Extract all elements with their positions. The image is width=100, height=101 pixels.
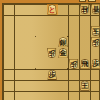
- board-star-point: [67, 36, 69, 38]
- piece-kanji-glyph: 金: [58, 50, 68, 57]
- piece-kanji-glyph: 歩: [47, 49, 57, 56]
- piece-kanji-glyph: 歩: [91, 38, 100, 45]
- piece-kanji-glyph: 銀: [58, 40, 68, 47]
- shogi-piece-pawn-gote[interactable]: 歩: [47, 48, 57, 58]
- piece-kanji-glyph: 玉: [91, 27, 100, 34]
- shogi-board[interactable]: と桂香玉銀歩歩金歩飛歩歩王: [2, 3, 100, 101]
- shogi-piece-gold-sente[interactable]: 金: [58, 48, 68, 58]
- gote-hand-piece-bottom: [79, 0, 86, 2]
- shogi-piece-king-gote[interactable]: 玉: [91, 26, 100, 36]
- shogi-piece-silver-sente[interactable]: 銀: [58, 37, 68, 47]
- piece-kanji-glyph: 飛: [80, 61, 90, 68]
- shogi-piece-pawn-gote[interactable]: 歩: [69, 59, 79, 69]
- shogi-piece-lance-gote[interactable]: 香: [91, 4, 100, 14]
- piece-kanji-glyph: 歩: [69, 60, 79, 67]
- piece-kanji-glyph: 香: [91, 5, 100, 12]
- board-star-point: [67, 68, 69, 70]
- piece-kanji-glyph: 桂: [80, 5, 90, 12]
- piece-kanji-glyph: 歩: [47, 72, 57, 79]
- shogi-app-screen: と桂香玉銀歩歩金歩飛歩歩王: [0, 0, 100, 100]
- board-star-point: [35, 36, 37, 38]
- shogi-piece-pawn-gote[interactable]: 歩: [91, 37, 100, 47]
- shogi-piece-knight-gote[interactable]: 桂: [80, 4, 90, 14]
- piece-kanji-glyph: 歩: [91, 61, 100, 68]
- piece-kanji-glyph: 王: [80, 83, 90, 90]
- shogi-piece-pawn-sente[interactable]: 歩: [47, 70, 57, 80]
- piece-kanji-glyph: と: [47, 7, 57, 14]
- shogi-piece-king-sente[interactable]: 王: [80, 81, 90, 91]
- shogi-piece-pawn-sente[interactable]: 歩: [91, 59, 100, 69]
- board-star-point: [35, 68, 37, 70]
- gote-hand-piece-bottom: [88, 0, 95, 2]
- shogi-piece-tokin-sente[interactable]: と: [47, 4, 57, 14]
- shogi-piece-rook-sente[interactable]: 飛: [80, 59, 90, 69]
